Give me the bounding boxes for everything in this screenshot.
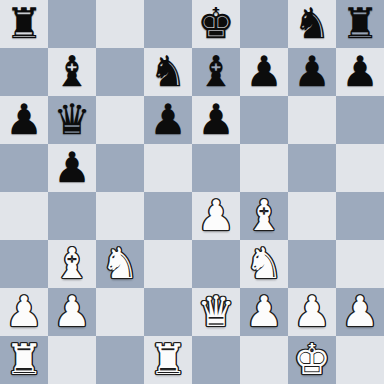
square-e7[interactable]: ♝: [192, 48, 240, 96]
square-g5[interactable]: [288, 144, 336, 192]
black-rook-icon[interactable]: ♜: [0, 0, 48, 48]
square-b5[interactable]: ♟: [48, 144, 96, 192]
square-b4[interactable]: [48, 192, 96, 240]
square-d8[interactable]: [144, 0, 192, 48]
square-g6[interactable]: [288, 96, 336, 144]
white-pawn-icon[interactable]: ♟: [240, 288, 288, 336]
square-a5[interactable]: [0, 144, 48, 192]
black-pawn-icon[interactable]: ♟: [144, 96, 192, 144]
square-f3[interactable]: ♞: [240, 240, 288, 288]
square-c5[interactable]: [96, 144, 144, 192]
white-rook-icon[interactable]: ♜: [144, 336, 192, 384]
square-h3[interactable]: [336, 240, 384, 288]
black-bishop-icon[interactable]: ♝: [192, 48, 240, 96]
white-knight-icon[interactable]: ♞: [96, 240, 144, 288]
white-bishop-icon[interactable]: ♝: [240, 192, 288, 240]
white-pawn-icon[interactable]: ♟: [0, 288, 48, 336]
square-a6[interactable]: ♟: [0, 96, 48, 144]
square-a7[interactable]: [0, 48, 48, 96]
square-d1[interactable]: ♜: [144, 336, 192, 384]
black-pawn-icon[interactable]: ♟: [0, 96, 48, 144]
square-d7[interactable]: ♞: [144, 48, 192, 96]
white-knight-icon[interactable]: ♞: [240, 240, 288, 288]
square-f8[interactable]: [240, 0, 288, 48]
black-pawn-icon[interactable]: ♟: [192, 96, 240, 144]
square-f1[interactable]: [240, 336, 288, 384]
square-a2[interactable]: ♟: [0, 288, 48, 336]
black-pawn-icon[interactable]: ♟: [288, 48, 336, 96]
white-pawn-icon[interactable]: ♟: [192, 192, 240, 240]
square-g1[interactable]: ♚: [288, 336, 336, 384]
square-d3[interactable]: [144, 240, 192, 288]
square-b8[interactable]: [48, 0, 96, 48]
square-g4[interactable]: [288, 192, 336, 240]
black-knight-icon[interactable]: ♞: [144, 48, 192, 96]
square-f7[interactable]: ♟: [240, 48, 288, 96]
square-e3[interactable]: [192, 240, 240, 288]
white-pawn-icon[interactable]: ♟: [48, 288, 96, 336]
black-rook-icon[interactable]: ♜: [336, 0, 384, 48]
black-bishop-icon[interactable]: ♝: [48, 48, 96, 96]
square-h1[interactable]: [336, 336, 384, 384]
square-c3[interactable]: ♞: [96, 240, 144, 288]
square-b1[interactable]: [48, 336, 96, 384]
square-e4[interactable]: ♟: [192, 192, 240, 240]
square-g3[interactable]: [288, 240, 336, 288]
square-e5[interactable]: [192, 144, 240, 192]
black-pawn-icon[interactable]: ♟: [336, 48, 384, 96]
square-f4[interactable]: ♝: [240, 192, 288, 240]
square-e1[interactable]: [192, 336, 240, 384]
square-h5[interactable]: [336, 144, 384, 192]
square-b2[interactable]: ♟: [48, 288, 96, 336]
black-queen-icon[interactable]: ♛: [48, 96, 96, 144]
square-b6[interactable]: ♛: [48, 96, 96, 144]
black-knight-icon[interactable]: ♞: [288, 0, 336, 48]
square-c8[interactable]: [96, 0, 144, 48]
square-c2[interactable]: [96, 288, 144, 336]
square-a3[interactable]: [0, 240, 48, 288]
black-pawn-icon[interactable]: ♟: [48, 144, 96, 192]
square-e2[interactable]: ♛: [192, 288, 240, 336]
square-e8[interactable]: ♚: [192, 0, 240, 48]
square-h2[interactable]: ♟: [336, 288, 384, 336]
square-a8[interactable]: ♜: [0, 0, 48, 48]
white-pawn-icon[interactable]: ♟: [336, 288, 384, 336]
square-d6[interactable]: ♟: [144, 96, 192, 144]
square-c4[interactable]: [96, 192, 144, 240]
square-h4[interactable]: [336, 192, 384, 240]
square-c1[interactable]: [96, 336, 144, 384]
white-pawn-icon[interactable]: ♟: [288, 288, 336, 336]
square-h7[interactable]: ♟: [336, 48, 384, 96]
square-c6[interactable]: [96, 96, 144, 144]
square-a4[interactable]: [0, 192, 48, 240]
square-f5[interactable]: [240, 144, 288, 192]
chess-board: ♜♚♞♜♝♞♝♟♟♟♟♛♟♟♟♟♝♝♞♞♟♟♛♟♟♟♜♜♚: [0, 0, 384, 384]
black-king-icon[interactable]: ♚: [192, 0, 240, 48]
square-g7[interactable]: ♟: [288, 48, 336, 96]
square-b3[interactable]: ♝: [48, 240, 96, 288]
square-c7[interactable]: [96, 48, 144, 96]
white-queen-icon[interactable]: ♛: [192, 288, 240, 336]
square-g8[interactable]: ♞: [288, 0, 336, 48]
square-f6[interactable]: [240, 96, 288, 144]
square-d5[interactable]: [144, 144, 192, 192]
white-king-icon[interactable]: ♚: [288, 336, 336, 384]
square-h8[interactable]: ♜: [336, 0, 384, 48]
square-d2[interactable]: [144, 288, 192, 336]
square-a1[interactable]: ♜: [0, 336, 48, 384]
black-pawn-icon[interactable]: ♟: [240, 48, 288, 96]
white-rook-icon[interactable]: ♜: [0, 336, 48, 384]
white-bishop-icon[interactable]: ♝: [48, 240, 96, 288]
square-b7[interactable]: ♝: [48, 48, 96, 96]
square-d4[interactable]: [144, 192, 192, 240]
square-g2[interactable]: ♟: [288, 288, 336, 336]
square-h6[interactable]: [336, 96, 384, 144]
square-f2[interactable]: ♟: [240, 288, 288, 336]
square-e6[interactable]: ♟: [192, 96, 240, 144]
